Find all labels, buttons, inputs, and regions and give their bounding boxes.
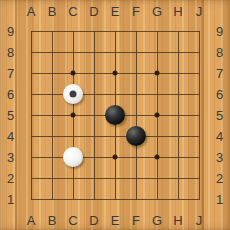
row-label-right-1: 1 xyxy=(216,192,223,207)
star-point xyxy=(71,113,76,118)
col-label-bottom-b: B xyxy=(48,212,57,227)
row-label-right-8: 8 xyxy=(216,45,223,60)
col-label-top-b: B xyxy=(48,3,57,18)
row-label-right-4: 4 xyxy=(216,129,223,144)
go-board: ABCDEFGHJ ABCDEFGHJ 987654321 987654321 xyxy=(0,0,230,230)
star-point xyxy=(155,71,160,76)
col-label-top-e: E xyxy=(111,3,120,18)
col-label-bottom-j: J xyxy=(196,212,203,227)
col-label-bottom-d: D xyxy=(89,212,98,227)
row-label-left-6: 6 xyxy=(7,87,14,102)
wood-seam xyxy=(202,0,204,230)
star-point xyxy=(155,113,160,118)
row-label-left-5: 5 xyxy=(7,108,14,123)
row-label-left-4: 4 xyxy=(7,129,14,144)
col-label-bottom-c: C xyxy=(68,212,77,227)
col-label-top-g: G xyxy=(152,3,162,18)
col-label-top-h: H xyxy=(173,3,182,18)
col-label-bottom-e: E xyxy=(111,212,120,227)
star-point xyxy=(113,71,118,76)
col-label-top-a: A xyxy=(27,3,36,18)
star-point xyxy=(71,71,76,76)
col-label-bottom-h: H xyxy=(173,212,182,227)
row-label-right-3: 3 xyxy=(216,150,223,165)
row-label-right-6: 6 xyxy=(216,87,223,102)
star-point xyxy=(113,155,118,160)
col-label-top-f: F xyxy=(132,3,140,18)
col-label-bottom-f: F xyxy=(132,212,140,227)
row-label-right-7: 7 xyxy=(216,66,223,81)
stone-black-e5[interactable] xyxy=(105,105,125,125)
last-move-marker xyxy=(70,91,77,98)
row-label-left-2: 2 xyxy=(7,171,14,186)
row-label-right-2: 2 xyxy=(216,171,223,186)
row-label-right-5: 5 xyxy=(216,108,223,123)
col-label-bottom-g: G xyxy=(152,212,162,227)
stone-white-c3[interactable] xyxy=(63,147,83,167)
star-point xyxy=(155,155,160,160)
wood-seam xyxy=(15,0,17,230)
col-label-top-d: D xyxy=(89,3,98,18)
stone-black-f4[interactable] xyxy=(126,126,146,146)
row-label-left-3: 3 xyxy=(7,150,14,165)
row-label-left-9: 9 xyxy=(7,24,14,39)
row-label-left-7: 7 xyxy=(7,66,14,81)
row-label-left-1: 1 xyxy=(7,192,14,207)
row-label-left-8: 8 xyxy=(7,45,14,60)
row-label-right-9: 9 xyxy=(216,24,223,39)
col-label-bottom-a: A xyxy=(27,212,36,227)
col-label-top-j: J xyxy=(196,3,203,18)
col-label-top-c: C xyxy=(68,3,77,18)
stone-white-c6[interactable] xyxy=(63,84,83,104)
